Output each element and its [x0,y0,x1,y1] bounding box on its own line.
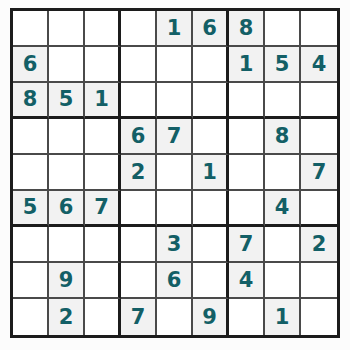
sudoku-cell[interactable] [193,83,229,119]
sudoku-cell[interactable] [121,263,157,299]
sudoku-cell: 6 [49,191,85,227]
sudoku-cell[interactable] [85,227,121,263]
sudoku-cell[interactable] [265,155,301,191]
sudoku-board: 168615485167821756743729642791 [10,8,340,338]
sudoku-cell: 1 [157,11,193,47]
sudoku-cell: 4 [229,263,265,299]
sudoku-cell[interactable] [13,119,49,155]
sudoku-cell: 8 [265,119,301,155]
sudoku-cell[interactable] [301,263,337,299]
sudoku-cell[interactable] [121,227,157,263]
sudoku-cell[interactable] [157,83,193,119]
sudoku-cell[interactable] [49,227,85,263]
sudoku-cell: 3 [157,227,193,263]
sudoku-cell[interactable] [85,155,121,191]
sudoku-cell[interactable] [193,119,229,155]
sudoku-cell[interactable] [157,299,193,335]
sudoku-cell: 8 [13,83,49,119]
sudoku-cell[interactable] [265,11,301,47]
sudoku-cell[interactable] [13,11,49,47]
sudoku-cell[interactable] [85,11,121,47]
sudoku-cell: 6 [121,119,157,155]
sudoku-cell[interactable] [13,263,49,299]
sudoku-cell[interactable] [85,299,121,335]
sudoku-cell: 7 [301,155,337,191]
sudoku-cell[interactable] [13,299,49,335]
sudoku-cell[interactable] [193,191,229,227]
sudoku-cell[interactable] [229,191,265,227]
sudoku-cell[interactable] [157,47,193,83]
sudoku-cell: 2 [49,299,85,335]
sudoku-cell[interactable] [229,119,265,155]
sudoku-cell: 5 [265,47,301,83]
sudoku-cell: 7 [85,191,121,227]
sudoku-cell[interactable] [13,155,49,191]
sudoku-cell[interactable] [49,155,85,191]
sudoku-cell[interactable] [121,47,157,83]
sudoku-cell: 6 [157,263,193,299]
sudoku-cell[interactable] [13,227,49,263]
sudoku-cell[interactable] [265,83,301,119]
sudoku-cell: 9 [49,263,85,299]
sudoku-cell: 7 [157,119,193,155]
sudoku-cell: 1 [229,47,265,83]
sudoku-cell[interactable] [49,11,85,47]
sudoku-cell: 6 [13,47,49,83]
sudoku-cell[interactable] [301,11,337,47]
sudoku-cell: 2 [301,227,337,263]
sudoku-cell[interactable] [301,83,337,119]
sudoku-cell[interactable] [49,119,85,155]
sudoku-cell: 4 [265,191,301,227]
sudoku-cell: 7 [229,227,265,263]
sudoku-cell: 2 [121,155,157,191]
sudoku-cell[interactable] [265,263,301,299]
sudoku-cell: 1 [265,299,301,335]
sudoku-cell[interactable] [121,83,157,119]
sudoku-cell: 8 [229,11,265,47]
sudoku-cell: 1 [85,83,121,119]
sudoku-cell[interactable] [193,227,229,263]
sudoku-cell[interactable] [85,263,121,299]
sudoku-cell: 5 [13,191,49,227]
sudoku-cell[interactable] [157,191,193,227]
sudoku-cell[interactable] [229,155,265,191]
sudoku-cell: 9 [193,299,229,335]
sudoku-cell[interactable] [301,119,337,155]
sudoku-cell[interactable] [301,299,337,335]
sudoku-cell: 7 [121,299,157,335]
sudoku-cell[interactable] [85,47,121,83]
sudoku-cell[interactable] [229,83,265,119]
sudoku-cell: 6 [193,11,229,47]
sudoku-cell[interactable] [157,155,193,191]
sudoku-cell[interactable] [121,191,157,227]
sudoku-cell: 4 [301,47,337,83]
sudoku-cell[interactable] [301,191,337,227]
sudoku-page: 168615485167821756743729642791 [0,0,350,350]
sudoku-cell[interactable] [85,119,121,155]
sudoku-cell: 1 [193,155,229,191]
sudoku-cell[interactable] [193,263,229,299]
sudoku-cell: 5 [49,83,85,119]
sudoku-cell[interactable] [49,47,85,83]
sudoku-cell[interactable] [229,299,265,335]
sudoku-cell[interactable] [193,47,229,83]
sudoku-cell[interactable] [121,11,157,47]
sudoku-cell[interactable] [265,227,301,263]
